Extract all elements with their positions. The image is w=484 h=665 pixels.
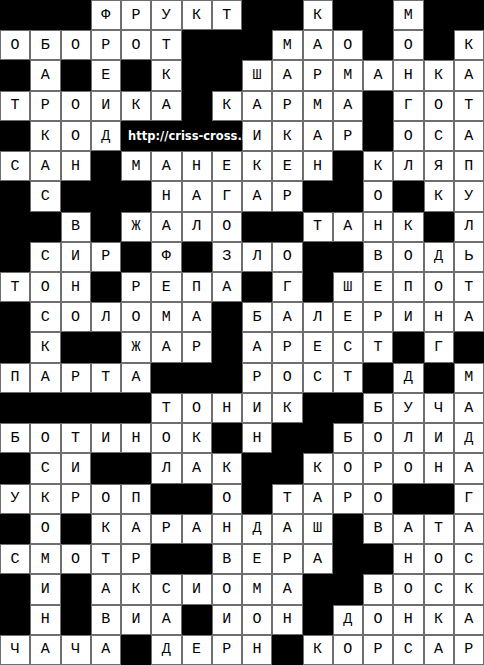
letter-cell[interactable]: А — [272, 574, 302, 604]
letter-cell[interactable]: Г — [454, 484, 484, 514]
letter-cell[interactable]: О — [61, 121, 91, 151]
block-cell — [151, 544, 181, 574]
letter-cell[interactable]: С — [30, 242, 60, 272]
letter-cell[interactable]: Р — [242, 363, 272, 393]
letter-cell[interactable]: С — [30, 302, 60, 332]
letter-cell[interactable]: С — [30, 181, 60, 211]
letter-cell[interactable]: Д — [91, 121, 121, 151]
letter-cell[interactable]: И — [30, 574, 60, 604]
letter-cell[interactable]: Т — [363, 332, 393, 362]
letter-cell[interactable]: Д — [393, 363, 423, 393]
letter-cell[interactable]: К — [424, 605, 454, 635]
letter-cell[interactable]: А — [91, 635, 121, 665]
letter-cell[interactable]: А — [333, 212, 363, 242]
letter-cell[interactable]: Л — [393, 151, 423, 181]
letter-cell[interactable]: С — [454, 544, 484, 574]
block-cell — [424, 212, 454, 242]
block-cell — [182, 242, 212, 272]
letter-cell[interactable]: Л — [393, 423, 423, 453]
letter-cell[interactable]: Р — [454, 635, 484, 665]
letter-cell[interactable]: О — [212, 212, 242, 242]
letter-cell[interactable]: О — [393, 574, 423, 604]
block-cell — [303, 574, 333, 604]
letter-cell[interactable]: Ш — [242, 60, 272, 90]
letter-cell[interactable]: Е — [242, 544, 272, 574]
letter-cell[interactable]: А — [30, 151, 60, 181]
letter-cell[interactable]: О — [242, 605, 272, 635]
letter-cell[interactable]: К — [121, 91, 151, 121]
letter-cell[interactable]: О — [424, 91, 454, 121]
letter-cell[interactable]: У — [0, 484, 30, 514]
letter-cell[interactable]: А — [272, 514, 302, 544]
letter-cell[interactable]: С — [393, 635, 423, 665]
letter-cell[interactable]: Р — [30, 91, 60, 121]
letter-cell[interactable]: Т — [0, 91, 30, 121]
letter-cell[interactable]: Н — [242, 423, 272, 453]
letter-cell[interactable]: А — [303, 121, 333, 151]
letter-cell[interactable]: Д — [333, 605, 363, 635]
letter-cell[interactable]: Н — [393, 544, 423, 574]
letter-cell[interactable]: И — [242, 393, 272, 423]
letter-cell[interactable]: Н — [61, 151, 91, 181]
letter-cell[interactable]: А — [454, 302, 484, 332]
letter-cell[interactable]: А — [303, 30, 333, 60]
block-cell — [0, 605, 30, 635]
letter-cell[interactable]: Р — [61, 484, 91, 514]
letter-cell[interactable]: О — [121, 302, 151, 332]
letter-cell[interactable]: М — [242, 574, 272, 604]
letter-cell[interactable]: Ь — [454, 242, 484, 272]
letter-cell[interactable]: С — [424, 121, 454, 151]
letter-cell[interactable]: П — [0, 363, 30, 393]
letter-cell[interactable]: О — [272, 363, 302, 393]
letter-cell[interactable]: К — [363, 151, 393, 181]
letter-cell[interactable]: О — [30, 423, 60, 453]
block-cell — [182, 363, 212, 393]
block-cell — [121, 181, 151, 211]
letter-cell[interactable]: Р — [272, 332, 302, 362]
letter-cell[interactable]: О — [363, 484, 393, 514]
letter-cell[interactable]: К — [454, 574, 484, 604]
letter-cell[interactable]: Т — [424, 514, 454, 544]
letter-cell[interactable]: Т — [454, 272, 484, 302]
block-cell — [242, 453, 272, 483]
letter-cell[interactable]: Н — [121, 423, 151, 453]
letter-cell[interactable]: Ж — [121, 212, 151, 242]
letter-cell[interactable]: А — [182, 453, 212, 483]
letter-cell[interactable]: Р — [303, 60, 333, 90]
letter-cell[interactable]: Н — [272, 605, 302, 635]
letter-cell[interactable]: К — [272, 121, 302, 151]
letter-cell[interactable]: В — [363, 242, 393, 272]
block-cell — [212, 363, 242, 393]
block-cell — [333, 151, 363, 181]
letter-cell[interactable]: Л — [454, 212, 484, 242]
block-cell — [61, 605, 91, 635]
letter-cell[interactable]: Р — [121, 0, 151, 30]
letter-cell[interactable]: С — [0, 151, 30, 181]
letter-cell[interactable]: К — [182, 423, 212, 453]
letter-cell[interactable]: А — [272, 60, 302, 90]
letter-cell[interactable]: А — [182, 181, 212, 211]
letter-cell[interactable]: К — [121, 574, 151, 604]
letter-cell[interactable]: Б — [242, 302, 272, 332]
block-cell — [303, 272, 333, 302]
letter-cell[interactable]: М — [303, 91, 333, 121]
letter-cell[interactable]: Н — [242, 635, 272, 665]
letter-cell[interactable]: О — [182, 393, 212, 423]
block-cell — [303, 242, 333, 272]
letter-cell[interactable]: К — [151, 60, 181, 90]
letter-cell[interactable]: А — [182, 302, 212, 332]
letter-cell[interactable]: Д — [242, 514, 272, 544]
letter-cell[interactable]: О — [424, 272, 454, 302]
letter-cell[interactable]: О — [212, 484, 242, 514]
letter-cell[interactable]: У — [454, 181, 484, 211]
letter-cell[interactable]: Г — [393, 91, 423, 121]
letter-cell[interactable]: О — [424, 544, 454, 574]
letter-cell[interactable]: Р — [333, 484, 363, 514]
letter-cell[interactable]: Р — [272, 181, 302, 211]
block-cell — [454, 0, 484, 30]
letter-cell[interactable]: Б — [363, 393, 393, 423]
letter-cell[interactable]: П — [454, 151, 484, 181]
letter-cell[interactable]: Р — [212, 635, 242, 665]
letter-cell[interactable]: Е — [182, 635, 212, 665]
block-cell — [182, 544, 212, 574]
letter-cell[interactable]: И — [91, 423, 121, 453]
block-cell — [393, 181, 423, 211]
letter-cell[interactable]: Ж — [121, 332, 151, 362]
letter-cell[interactable]: Р — [363, 453, 393, 483]
letter-cell[interactable]: К — [272, 393, 302, 423]
letter-cell[interactable]: К — [454, 30, 484, 60]
letter-cell[interactable]: И — [121, 605, 151, 635]
letter-cell[interactable]: А — [454, 453, 484, 483]
letter-cell[interactable]: Б — [333, 423, 363, 453]
letter-cell[interactable]: А — [30, 60, 60, 90]
block-cell — [424, 363, 454, 393]
letter-cell[interactable]: М — [272, 30, 302, 60]
letter-cell[interactable]: Е — [91, 60, 121, 90]
letter-cell[interactable]: Р — [91, 242, 121, 272]
letter-cell[interactable]: Р — [363, 635, 393, 665]
letter-cell[interactable]: Л — [303, 302, 333, 332]
letter-cell[interactable]: Р — [272, 91, 302, 121]
letter-cell[interactable]: К — [393, 212, 423, 242]
letter-cell[interactable]: Н — [303, 151, 333, 181]
letter-cell[interactable]: Е — [303, 332, 333, 362]
letter-cell[interactable]: А — [121, 363, 151, 393]
block-cell — [212, 423, 242, 453]
letter-cell[interactable]: М — [30, 544, 60, 574]
letter-cell[interactable]: К — [30, 484, 60, 514]
letter-cell[interactable]: А — [393, 514, 423, 544]
letter-cell[interactable]: Я — [424, 151, 454, 181]
letter-cell[interactable]: С — [151, 574, 181, 604]
letter-cell[interactable]: О — [0, 30, 30, 60]
block-cell — [61, 60, 91, 90]
letter-cell[interactable]: И — [393, 302, 423, 332]
letter-cell[interactable]: И — [242, 121, 272, 151]
letter-cell[interactable]: Т — [91, 544, 121, 574]
letter-cell[interactable]: Т — [272, 484, 302, 514]
block-cell — [0, 393, 30, 423]
block-cell — [363, 30, 393, 60]
block-cell — [61, 332, 91, 362]
letter-cell[interactable]: А — [242, 332, 272, 362]
letter-cell[interactable]: В — [363, 514, 393, 544]
letter-cell[interactable]: Р — [121, 544, 151, 574]
letter-cell[interactable]: О — [30, 514, 60, 544]
letter-cell[interactable]: Г — [272, 272, 302, 302]
block-cell — [121, 393, 151, 423]
letter-cell[interactable]: М — [151, 302, 181, 332]
letter-cell[interactable]: Т — [333, 363, 363, 393]
letter-cell[interactable]: В — [363, 574, 393, 604]
block-cell — [242, 272, 272, 302]
letter-cell[interactable]: Е — [272, 151, 302, 181]
letter-cell[interactable]: К — [303, 453, 333, 483]
letter-cell[interactable]: К — [91, 514, 121, 544]
letter-cell[interactable]: О — [393, 121, 423, 151]
letter-cell[interactable]: У — [393, 393, 423, 423]
letter-cell[interactable]: А — [242, 91, 272, 121]
letter-cell[interactable]: О — [272, 242, 302, 272]
block-cell — [212, 332, 242, 362]
letter-cell[interactable]: О — [363, 423, 393, 453]
letter-cell[interactable]: И — [182, 574, 212, 604]
letter-cell[interactable]: О — [212, 574, 242, 604]
letter-cell[interactable]: О — [121, 30, 151, 60]
letter-cell[interactable]: И — [61, 453, 91, 483]
block-cell — [242, 30, 272, 60]
letter-cell[interactable]: У — [151, 0, 181, 30]
letter-cell[interactable]: А — [424, 635, 454, 665]
letter-cell[interactable]: Н — [212, 514, 242, 544]
letter-cell[interactable]: О — [333, 30, 363, 60]
block-cell — [272, 423, 302, 453]
letter-cell[interactable]: Т — [91, 363, 121, 393]
letter-cell[interactable]: К — [424, 181, 454, 211]
letter-cell[interactable]: С — [333, 332, 363, 362]
letter-cell[interactable]: А — [242, 181, 272, 211]
block-cell — [272, 635, 302, 665]
block-cell — [91, 332, 121, 362]
letter-cell[interactable]: А — [151, 332, 181, 362]
block-cell — [121, 635, 151, 665]
letter-cell[interactable]: Ш — [303, 514, 333, 544]
letter-cell[interactable]: М — [393, 0, 423, 30]
letter-cell[interactable]: Н — [393, 60, 423, 90]
letter-cell[interactable]: А — [454, 514, 484, 544]
letter-cell[interactable]: К — [303, 0, 333, 30]
block-cell — [363, 0, 393, 30]
letter-cell[interactable]: П — [182, 272, 212, 302]
block-cell — [333, 242, 363, 272]
letter-cell[interactable]: Н — [182, 151, 212, 181]
letter-cell[interactable]: Р — [182, 332, 212, 362]
letter-cell[interactable]: М — [454, 363, 484, 393]
block-cell — [61, 514, 91, 544]
letter-cell[interactable]: Р — [61, 363, 91, 393]
letter-cell[interactable]: В — [61, 212, 91, 242]
letter-cell[interactable]: Г — [212, 181, 242, 211]
letter-cell[interactable]: Л — [151, 453, 181, 483]
letter-cell[interactable]: А — [91, 574, 121, 604]
letter-cell[interactable]: О — [61, 544, 91, 574]
letter-cell[interactable]: Ш — [333, 272, 363, 302]
letter-cell[interactable]: В — [212, 544, 242, 574]
letter-cell[interactable]: А — [363, 60, 393, 90]
letter-cell[interactable]: А — [30, 363, 60, 393]
block-cell — [0, 0, 30, 30]
block-cell — [333, 181, 363, 211]
block-cell — [61, 393, 91, 423]
letter-cell[interactable]: С — [30, 453, 60, 483]
letter-cell[interactable]: Е — [151, 272, 181, 302]
letter-cell[interactable]: Д — [454, 423, 484, 453]
block-cell — [303, 423, 333, 453]
letter-cell[interactable]: К — [212, 453, 242, 483]
letter-cell[interactable]: Л — [242, 242, 272, 272]
letter-cell[interactable]: К — [212, 91, 242, 121]
letter-cell[interactable]: Н — [151, 181, 181, 211]
letter-cell[interactable]: А — [303, 544, 333, 574]
letter-cell[interactable]: А — [182, 514, 212, 544]
letter-cell[interactable]: Л — [91, 302, 121, 332]
letter-cell[interactable]: К — [424, 60, 454, 90]
letter-cell[interactable]: Т — [303, 212, 333, 242]
letter-cell[interactable]: А — [121, 514, 151, 544]
letter-cell[interactable]: А — [272, 302, 302, 332]
letter-cell[interactable]: К — [303, 635, 333, 665]
letter-cell[interactable]: Е — [212, 151, 242, 181]
letter-cell[interactable]: К — [242, 151, 272, 181]
block-cell — [0, 121, 30, 151]
letter-cell[interactable]: Т — [61, 423, 91, 453]
letter-cell[interactable]: Ф — [91, 0, 121, 30]
letter-cell[interactable]: О — [61, 30, 91, 60]
letter-cell[interactable]: А — [151, 91, 181, 121]
block-cell — [363, 544, 393, 574]
letter-cell[interactable]: Ч — [424, 393, 454, 423]
letter-cell[interactable]: О — [363, 605, 393, 635]
letter-cell[interactable]: А — [151, 605, 181, 635]
letter-cell[interactable]: Б — [0, 423, 30, 453]
letter-cell[interactable]: М — [333, 60, 363, 90]
letter-cell[interactable]: С — [424, 574, 454, 604]
letter-cell[interactable]: З — [212, 242, 242, 272]
letter-cell[interactable]: Р — [272, 544, 302, 574]
block-cell — [0, 60, 30, 90]
letter-cell[interactable]: О — [333, 635, 363, 665]
letter-cell[interactable]: Р — [121, 272, 151, 302]
letter-cell[interactable]: К — [30, 332, 60, 362]
letter-cell[interactable]: О — [393, 30, 423, 60]
letter-cell[interactable]: Н — [393, 605, 423, 635]
letter-cell[interactable]: А — [151, 212, 181, 242]
letter-cell[interactable]: Н — [424, 302, 454, 332]
letter-cell[interactable]: О — [30, 272, 60, 302]
block-cell — [0, 453, 30, 483]
letter-cell[interactable]: Ч — [61, 635, 91, 665]
letter-cell[interactable]: А — [151, 151, 181, 181]
letter-cell[interactable]: О — [363, 181, 393, 211]
letter-cell[interactable]: Н — [212, 393, 242, 423]
letter-cell[interactable]: С — [0, 544, 30, 574]
block-cell — [182, 121, 212, 151]
letter-cell[interactable]: О — [61, 91, 91, 121]
letter-cell[interactable]: К — [30, 121, 60, 151]
letter-cell[interactable]: К — [182, 0, 212, 30]
letter-cell[interactable]: Н — [61, 272, 91, 302]
letter-cell[interactable]: Ф — [151, 242, 181, 272]
letter-cell[interactable]: Н — [363, 212, 393, 242]
letter-cell[interactable]: И — [212, 605, 242, 635]
letter-cell[interactable]: П — [393, 272, 423, 302]
block-cell — [182, 91, 212, 121]
letter-cell[interactable]: Н — [424, 453, 454, 483]
block-cell — [0, 332, 30, 362]
letter-cell[interactable]: И — [424, 423, 454, 453]
letter-cell[interactable]: Д — [424, 242, 454, 272]
letter-cell[interactable]: Т — [151, 30, 181, 60]
letter-cell[interactable]: С — [303, 363, 333, 393]
letter-cell[interactable]: Т — [0, 272, 30, 302]
letter-cell[interactable]: А — [30, 635, 60, 665]
letter-cell[interactable]: Т — [212, 0, 242, 30]
letter-cell[interactable]: А — [212, 272, 242, 302]
letter-cell[interactable]: Л — [182, 212, 212, 242]
letter-cell[interactable]: О — [61, 302, 91, 332]
letter-cell[interactable]: М — [121, 151, 151, 181]
letter-cell[interactable]: И — [61, 242, 91, 272]
letter-cell[interactable]: О — [393, 242, 423, 272]
letter-cell[interactable]: О — [91, 484, 121, 514]
block-cell — [363, 363, 393, 393]
letter-cell[interactable]: А — [303, 484, 333, 514]
letter-cell[interactable]: Р — [333, 121, 363, 151]
letter-cell[interactable]: Е — [333, 302, 363, 332]
letter-cell[interactable]: А — [454, 60, 484, 90]
letter-cell[interactable]: Н — [30, 605, 60, 635]
letter-cell[interactable]: И — [91, 91, 121, 121]
letter-cell[interactable]: Г — [424, 332, 454, 362]
letter-cell[interactable]: А — [454, 121, 484, 151]
letter-cell[interactable]: О — [333, 453, 363, 483]
block-cell — [121, 453, 151, 483]
letter-cell[interactable]: О — [393, 453, 423, 483]
letter-cell[interactable]: Т — [454, 91, 484, 121]
letter-cell[interactable]: А — [333, 91, 363, 121]
letter-cell[interactable]: Б — [30, 30, 60, 60]
letter-cell[interactable]: Т — [151, 393, 181, 423]
letter-cell[interactable]: А — [454, 605, 484, 635]
letter-cell[interactable]: Ч — [0, 635, 30, 665]
letter-cell[interactable]: Е — [363, 272, 393, 302]
letter-cell[interactable]: А — [454, 393, 484, 423]
letter-cell[interactable]: Р — [363, 302, 393, 332]
letter-cell[interactable]: В — [91, 605, 121, 635]
block-cell — [212, 121, 242, 151]
letter-cell[interactable]: П — [121, 484, 151, 514]
block-cell — [30, 0, 60, 30]
letter-cell[interactable]: О — [151, 423, 181, 453]
letter-cell[interactable]: Д — [151, 635, 181, 665]
letter-cell[interactable]: Р — [151, 514, 181, 544]
letter-cell[interactable]: Р — [91, 30, 121, 60]
